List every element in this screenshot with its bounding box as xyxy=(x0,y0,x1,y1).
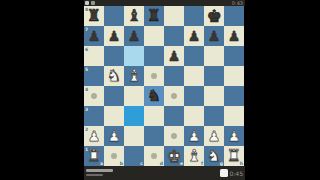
square-g5[interactable] xyxy=(204,66,224,86)
square-f2[interactable]: ♟ xyxy=(184,126,204,146)
square-e8[interactable] xyxy=(164,6,184,26)
square-e7[interactable] xyxy=(164,26,184,46)
piece-black-pawn[interactable]: ♟ xyxy=(228,26,241,46)
square-a7[interactable]: 7♟ xyxy=(84,26,104,46)
square-b5[interactable]: ♞ xyxy=(104,66,124,86)
rank-label-3: 3 xyxy=(85,107,88,112)
legal-move-dot[interactable] xyxy=(151,153,157,159)
legal-move-dot[interactable] xyxy=(171,133,177,139)
piece-black-rook[interactable]: ♜ xyxy=(147,6,161,26)
piece-white-bishop[interactable]: ♝ xyxy=(187,146,201,166)
square-b4[interactable] xyxy=(104,86,124,106)
square-g6[interactable] xyxy=(204,46,224,66)
square-f8[interactable] xyxy=(184,6,204,26)
piece-black-bishop[interactable]: ♝ xyxy=(127,6,141,26)
rank-label-5: 5 xyxy=(85,67,88,72)
square-d3[interactable] xyxy=(144,106,164,126)
square-a1[interactable]: 1a♜ xyxy=(84,146,104,166)
square-c6[interactable] xyxy=(124,46,144,66)
opponent-avatar[interactable] xyxy=(85,1,89,5)
square-h5[interactable] xyxy=(224,66,244,86)
opponent-flag-icon xyxy=(91,1,95,5)
square-h8[interactable] xyxy=(224,6,244,26)
square-f5[interactable] xyxy=(184,66,204,86)
legal-move-dot[interactable] xyxy=(111,153,117,159)
piece-black-pawn[interactable]: ♟ xyxy=(108,26,121,46)
piece-white-knight[interactable]: ♞ xyxy=(107,66,121,86)
player-clock: 0:45 xyxy=(230,170,243,177)
square-f4[interactable] xyxy=(184,86,204,106)
legal-move-dot[interactable] xyxy=(91,93,97,99)
piece-black-pawn[interactable]: ♟ xyxy=(188,26,201,46)
square-h1[interactable]: h♜ xyxy=(224,146,244,166)
piece-black-rook[interactable]: ♜ xyxy=(87,6,101,26)
rank-label-2: 2 xyxy=(85,127,88,132)
square-c1[interactable]: c xyxy=(124,146,144,166)
square-d1[interactable]: d xyxy=(144,146,164,166)
bottom-player-bar: 0:45 xyxy=(84,166,245,180)
player-name-text xyxy=(86,169,113,172)
video-frame: 0:43 8♜♝♜♚7♟♟♟♟♟♟6♟5♞♝4♞32♟♟♟♟♟1a♜bcde♚f… xyxy=(0,0,320,180)
square-f6[interactable] xyxy=(184,46,204,66)
square-f1[interactable]: f♝ xyxy=(184,146,204,166)
square-a6[interactable]: 6 xyxy=(84,46,104,66)
square-c8[interactable]: ♝ xyxy=(124,6,144,26)
square-a2[interactable]: 2♟ xyxy=(84,126,104,146)
square-g8[interactable]: ♚ xyxy=(204,6,224,26)
piece-black-pawn[interactable]: ♟ xyxy=(208,26,221,46)
rank-label-8: 8 xyxy=(85,7,88,12)
square-a4[interactable]: 4 xyxy=(84,86,104,106)
piece-white-pawn[interactable]: ♟ xyxy=(108,126,121,146)
player-clock-box xyxy=(220,169,228,177)
square-h6[interactable] xyxy=(224,46,244,66)
square-h7[interactable]: ♟ xyxy=(224,26,244,46)
square-g7[interactable]: ♟ xyxy=(204,26,224,46)
square-d7[interactable] xyxy=(144,26,164,46)
square-d5[interactable] xyxy=(144,66,164,86)
square-b7[interactable]: ♟ xyxy=(104,26,124,46)
piece-white-pawn[interactable]: ♟ xyxy=(188,126,201,146)
piece-white-bishop[interactable]: ♝ xyxy=(127,66,141,86)
square-e5[interactable] xyxy=(164,66,184,86)
square-a5[interactable]: 5 xyxy=(84,66,104,86)
square-e6[interactable]: ♟ xyxy=(164,46,184,66)
player-rating-text xyxy=(86,174,103,176)
piece-white-pawn[interactable]: ♟ xyxy=(208,126,221,146)
rank-label-4: 4 xyxy=(85,87,88,92)
square-f7[interactable]: ♟ xyxy=(184,26,204,46)
square-c2[interactable] xyxy=(124,126,144,146)
square-b8[interactable] xyxy=(104,6,124,26)
board: 8♜♝♜♚7♟♟♟♟♟♟6♟5♞♝4♞32♟♟♟♟♟1a♜bcde♚f♝g♞h♜ xyxy=(84,6,244,166)
square-d8[interactable]: ♜ xyxy=(144,6,164,26)
piece-black-knight[interactable]: ♞ xyxy=(147,86,161,106)
square-e2[interactable] xyxy=(164,126,184,146)
square-b1[interactable]: b xyxy=(104,146,124,166)
legal-move-dot[interactable] xyxy=(151,73,157,79)
rank-label-1: 1 xyxy=(85,147,88,152)
rank-label-7: 7 xyxy=(85,27,88,32)
square-e4[interactable] xyxy=(164,86,184,106)
square-a3[interactable]: 3 xyxy=(84,106,104,126)
square-d4[interactable]: ♞ xyxy=(144,86,164,106)
square-h4[interactable] xyxy=(224,86,244,106)
square-c7[interactable]: ♟ xyxy=(124,26,144,46)
square-d6[interactable] xyxy=(144,46,164,66)
piece-black-pawn[interactable]: ♟ xyxy=(168,46,181,66)
square-g2[interactable]: ♟ xyxy=(204,126,224,146)
piece-black-pawn[interactable]: ♟ xyxy=(88,26,101,46)
square-c4[interactable] xyxy=(124,86,144,106)
piece-white-pawn[interactable]: ♟ xyxy=(228,126,241,146)
piece-black-king[interactable]: ♚ xyxy=(206,6,221,26)
square-g1[interactable]: g♞ xyxy=(204,146,224,166)
square-f3[interactable] xyxy=(184,106,204,126)
square-e3[interactable] xyxy=(164,106,184,126)
square-b2[interactable]: ♟ xyxy=(104,126,124,146)
square-g4[interactable] xyxy=(204,86,224,106)
rank-label-6: 6 xyxy=(85,47,88,52)
piece-white-pawn[interactable]: ♟ xyxy=(88,126,101,146)
square-b3[interactable] xyxy=(104,106,124,126)
square-h3[interactable] xyxy=(224,106,244,126)
square-d2[interactable] xyxy=(144,126,164,146)
square-g3[interactable] xyxy=(204,106,224,126)
square-e1[interactable]: e♚ xyxy=(164,146,184,166)
square-c5[interactable]: ♝ xyxy=(124,66,144,86)
piece-black-pawn[interactable]: ♟ xyxy=(128,26,141,46)
legal-move-dot[interactable] xyxy=(171,93,177,99)
square-c3[interactable] xyxy=(124,106,144,126)
square-b6[interactable] xyxy=(104,46,124,66)
square-a8[interactable]: 8♜ xyxy=(84,6,104,26)
square-h2[interactable]: ♟ xyxy=(224,126,244,146)
